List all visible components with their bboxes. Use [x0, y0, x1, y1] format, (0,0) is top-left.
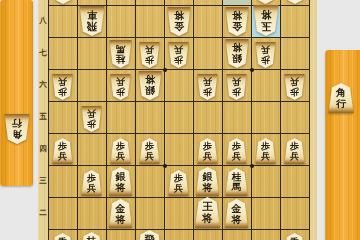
piece-kanji: 将 — [116, 214, 126, 225]
piece-kanji: 歩 — [232, 141, 241, 151]
board-grid[interactable]: 香車桂馬香車飛車金将金将玉将桂馬歩兵歩兵銀将歩兵歩兵歩兵銀将歩兵歩兵歩兵歩兵歩兵… — [48, 0, 310, 240]
piece-silver-top[interactable]: 銀将 — [225, 39, 249, 68]
piece-kanji: 金 — [232, 22, 242, 33]
piece-pawn-top[interactable]: 歩兵 — [52, 74, 73, 100]
piece-gold-bottom[interactable]: 金将 — [109, 199, 133, 228]
piece-kanji: 兵 — [232, 151, 241, 161]
rank-label-7: 七 — [38, 49, 48, 57]
piece-kanji: 歩 — [58, 87, 67, 97]
piece-silver-top[interactable]: 銀将 — [138, 71, 162, 100]
hoshi-dot — [163, 164, 167, 168]
piece-pawn-top[interactable]: 歩兵 — [197, 74, 218, 100]
piece-rook-bottom[interactable]: 飛車 — [137, 230, 163, 240]
hoshi-dot — [250, 68, 254, 72]
piece-kanji: 飛 — [87, 21, 97, 32]
piece-lance-top[interactable]: 香車 — [284, 0, 306, 4]
piece-kanji: 兵 — [174, 45, 183, 55]
piece-kanji: 王 — [202, 201, 213, 213]
piece-kanji: 兵 — [58, 77, 67, 87]
piece-pawn-top[interactable]: 歩兵 — [81, 106, 102, 132]
piece-kanji: 兵 — [290, 151, 299, 161]
piece-lance-bottom[interactable]: 香車 — [52, 233, 74, 240]
piece-kanji: 歩 — [261, 141, 270, 151]
piece-gold-top[interactable]: 金将 — [167, 7, 191, 36]
piece-rook-top[interactable]: 飛車 — [79, 6, 105, 36]
piece-kanji: 馬 — [116, 44, 126, 55]
piece-kanji: 兵 — [232, 77, 241, 87]
piece-pawn-bottom[interactable]: 歩兵 — [168, 170, 189, 196]
piece-king-bottom[interactable]: 王将 — [195, 197, 221, 228]
piece-pawn-bottom[interactable]: 歩兵 — [226, 138, 247, 164]
piece-silver-bottom[interactable]: 銀将 — [196, 167, 220, 196]
shogi-app: 角行 九八七六五四三二一 香車桂馬香車飛車金将金将玉将桂馬歩兵歩兵銀将歩兵歩兵歩… — [0, 0, 360, 240]
piece-pawn-top[interactable]: 歩兵 — [255, 42, 276, 68]
piece-kanji: 行 — [336, 98, 346, 109]
hoshi-dot — [250, 164, 254, 168]
piece-pawn-top[interactable]: 歩兵 — [168, 42, 189, 68]
piece-kanji: 歩 — [203, 141, 212, 151]
piece-kanji: 将 — [202, 213, 213, 225]
piece-pawn-top[interactable]: 歩兵 — [139, 42, 160, 68]
piece-kanji: 銀 — [116, 171, 126, 182]
piece-bishop-top[interactable]: 角行 — [4, 114, 30, 144]
piece-kanji: 兵 — [261, 151, 270, 161]
piece-kanji: 歩 — [232, 87, 241, 97]
piece-kanji: 将 — [232, 214, 242, 225]
piece-kanji: 歩 — [116, 141, 125, 151]
piece-pawn-bottom[interactable]: 歩兵 — [110, 138, 131, 164]
rank-label-8: 八 — [38, 17, 48, 25]
rank-label-6: 六 — [38, 81, 48, 89]
piece-kanji: 金 — [232, 203, 242, 214]
piece-kanji: 将 — [174, 11, 184, 22]
piece-kanji: 歩 — [174, 173, 183, 183]
piece-lance-bottom[interactable]: 香車 — [284, 233, 306, 240]
piece-pawn-top[interactable]: 歩兵 — [110, 74, 131, 100]
piece-kanji: 兵 — [261, 45, 270, 55]
piece-kanji: 歩 — [116, 87, 125, 97]
piece-kanji: 兵 — [58, 151, 67, 161]
piece-kanji: 兵 — [87, 183, 96, 193]
piece-kanji: 将 — [232, 11, 242, 22]
rank-label-3: 三 — [38, 177, 48, 185]
piece-kanji: 歩 — [58, 141, 67, 151]
piece-kanji: 馬 — [232, 182, 242, 193]
piece-kanji: 歩 — [261, 55, 270, 65]
piece-kanji: 香 — [58, 237, 67, 240]
piece-knight-bottom[interactable]: 桂馬 — [225, 168, 248, 196]
piece-kanji: 玉 — [260, 21, 271, 33]
piece-knight-top[interactable]: 桂馬 — [109, 40, 132, 68]
rank-label-5: 五 — [38, 113, 48, 121]
piece-kanji: 歩 — [290, 87, 299, 97]
piece-kanji: 銀 — [145, 86, 155, 97]
piece-kanji: 兵 — [116, 151, 125, 161]
rank-label-2: 二 — [38, 209, 48, 217]
piece-kanji: 車 — [87, 10, 97, 21]
piece-kanji: 香 — [58, 0, 67, 1]
piece-pawn-top[interactable]: 歩兵 — [284, 74, 305, 100]
piece-kanji: 将 — [145, 75, 155, 86]
piece-pawn-bottom[interactable]: 歩兵 — [52, 138, 73, 164]
piece-kanji: 金 — [116, 203, 126, 214]
last-move-from-highlight — [223, 0, 251, 5]
piece-kanji: 兵 — [174, 183, 183, 193]
piece-kanji: 飛 — [145, 234, 155, 240]
piece-kanji: 銀 — [232, 54, 242, 65]
komadai-bottom-player[interactable]: 角行 — [325, 50, 360, 240]
piece-pawn-bottom[interactable]: 歩兵 — [284, 138, 305, 164]
piece-pawn-bottom[interactable]: 歩兵 — [81, 170, 102, 196]
piece-kanji: 将 — [232, 43, 242, 54]
piece-kanji: 歩 — [87, 173, 96, 183]
piece-kanji: 歩 — [87, 119, 96, 129]
piece-kanji: 香 — [290, 237, 299, 240]
piece-kanji: 歩 — [145, 55, 154, 65]
piece-kanji: 歩 — [145, 141, 154, 151]
shogi-board: 九八七六五四三二一 香車桂馬香車飛車金将金将玉将桂馬歩兵歩兵銀将歩兵歩兵歩兵銀将… — [38, 0, 317, 240]
piece-knight-bottom[interactable]: 桂馬 — [80, 232, 103, 240]
piece-silver-bottom[interactable]: 銀将 — [109, 167, 133, 196]
piece-kanji: 桂 — [116, 54, 126, 65]
piece-kanji: 歩 — [174, 55, 183, 65]
piece-lance-top[interactable]: 香車 — [52, 0, 74, 4]
piece-kanji: 兵 — [145, 151, 154, 161]
piece-kanji: 兵 — [290, 77, 299, 87]
piece-gold-bottom[interactable]: 金将 — [225, 199, 249, 228]
piece-kanji: 将 — [203, 182, 213, 193]
piece-kanji: 兵 — [116, 77, 125, 87]
piece-kanji: 歩 — [203, 87, 212, 97]
piece-gold-top[interactable]: 金将 — [225, 7, 249, 36]
piece-kanji: 角 — [336, 87, 346, 98]
rank-label-4: 四 — [38, 145, 48, 153]
piece-bishop-bottom[interactable]: 角行 — [328, 83, 354, 113]
piece-knight-top[interactable]: 桂馬 — [254, 0, 277, 4]
piece-pawn-bottom[interactable]: 歩兵 — [197, 138, 218, 164]
piece-kanji: 兵 — [145, 45, 154, 55]
piece-pawn-top[interactable]: 歩兵 — [226, 74, 247, 100]
piece-kanji: 歩 — [290, 141, 299, 151]
komadai-top-player[interactable]: 角行 — [0, 0, 33, 186]
piece-pawn-bottom[interactable]: 歩兵 — [255, 138, 276, 164]
piece-kanji: 銀 — [203, 171, 213, 182]
piece-king-top[interactable]: 玉将 — [253, 5, 279, 36]
piece-kanji: 香 — [290, 0, 299, 1]
piece-kanji: 兵 — [87, 109, 96, 119]
piece-kanji: 兵 — [203, 77, 212, 87]
hoshi-dot — [163, 68, 167, 72]
piece-pawn-bottom[interactable]: 歩兵 — [139, 138, 160, 164]
piece-kanji: 将 — [116, 182, 126, 193]
piece-kanji: 金 — [174, 22, 184, 33]
piece-kanji: 桂 — [87, 236, 97, 240]
piece-kanji: 兵 — [203, 151, 212, 161]
piece-kanji: 将 — [260, 9, 271, 21]
piece-kanji: 桂 — [261, 0, 271, 1]
piece-kanji: 角 — [12, 129, 22, 140]
piece-kanji: 行 — [12, 118, 22, 129]
